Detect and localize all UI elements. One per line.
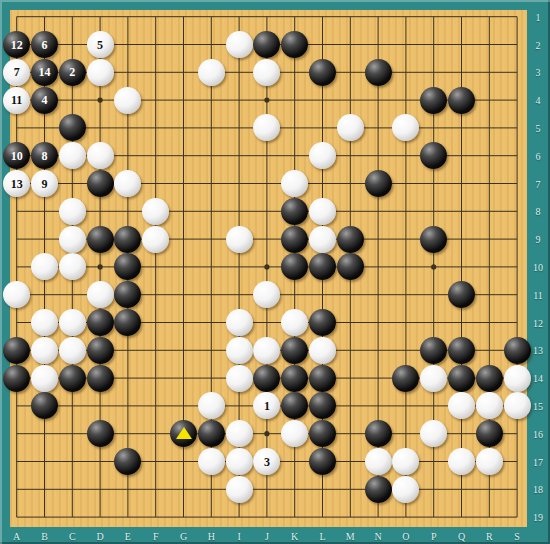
column-label-P: P xyxy=(431,531,437,542)
black-stone-move-6: 6 xyxy=(31,31,58,58)
black-stone-move-4: 4 xyxy=(31,87,58,114)
column-label-S: S xyxy=(514,531,520,542)
black-stone xyxy=(3,365,30,392)
black-stone xyxy=(365,420,392,447)
white-stone xyxy=(504,392,531,419)
black-stone xyxy=(337,253,364,280)
white-stone xyxy=(281,170,308,197)
row-label-6: 6 xyxy=(536,150,541,161)
white-stone xyxy=(309,198,336,225)
row-label-19: 19 xyxy=(533,512,543,523)
black-stone-triangle-marked xyxy=(170,420,197,447)
column-label-A: A xyxy=(13,531,20,542)
white-stone-move-7: 7 xyxy=(3,59,30,86)
white-stone xyxy=(253,59,280,86)
white-stone xyxy=(142,198,169,225)
black-stone xyxy=(365,170,392,197)
black-stone xyxy=(59,365,86,392)
column-label-J: J xyxy=(265,531,269,542)
row-label-18: 18 xyxy=(533,484,543,495)
column-label-O: O xyxy=(402,531,409,542)
white-stone xyxy=(87,142,114,169)
white-stone-move-9: 9 xyxy=(31,170,58,197)
black-stone xyxy=(420,226,447,253)
black-stone xyxy=(448,337,475,364)
black-stone xyxy=(309,365,336,392)
white-stone xyxy=(448,448,475,475)
row-label-1: 1 xyxy=(536,11,541,22)
black-stone xyxy=(198,420,225,447)
black-stone xyxy=(87,226,114,253)
column-label-C: C xyxy=(69,531,76,542)
column-label-N: N xyxy=(374,531,381,542)
black-stone xyxy=(504,337,531,364)
column-label-L: L xyxy=(319,531,325,542)
white-stone xyxy=(253,337,280,364)
white-stone xyxy=(31,365,58,392)
white-stone xyxy=(226,337,253,364)
white-stone-move-11: 11 xyxy=(3,87,30,114)
column-label-B: B xyxy=(41,531,48,542)
white-stone xyxy=(198,448,225,475)
black-stone xyxy=(281,226,308,253)
white-stone xyxy=(31,337,58,364)
row-label-11: 11 xyxy=(533,289,543,300)
white-stone xyxy=(142,226,169,253)
row-label-4: 4 xyxy=(536,95,541,106)
black-stone xyxy=(87,337,114,364)
white-stone xyxy=(476,448,503,475)
white-stone xyxy=(59,337,86,364)
row-label-8: 8 xyxy=(536,206,541,217)
white-stone xyxy=(226,420,253,447)
column-label-K: K xyxy=(291,531,298,542)
white-stone xyxy=(198,392,225,419)
row-label-12: 12 xyxy=(533,317,543,328)
black-stone xyxy=(448,365,475,392)
white-stone xyxy=(476,392,503,419)
black-stone xyxy=(59,114,86,141)
white-stone xyxy=(59,226,86,253)
column-label-H: H xyxy=(208,531,215,542)
row-label-3: 3 xyxy=(536,67,541,78)
white-stone xyxy=(337,114,364,141)
black-stone xyxy=(309,420,336,447)
white-stone xyxy=(309,337,336,364)
black-stone xyxy=(309,448,336,475)
white-stone xyxy=(226,309,253,336)
black-stone xyxy=(281,198,308,225)
black-stone xyxy=(365,59,392,86)
column-label-Q: Q xyxy=(458,531,465,542)
white-stone xyxy=(59,253,86,280)
black-stone xyxy=(448,87,475,114)
white-stone xyxy=(420,365,447,392)
black-stone xyxy=(87,420,114,447)
white-stone xyxy=(504,365,531,392)
black-stone xyxy=(309,309,336,336)
white-stone xyxy=(309,226,336,253)
black-stone xyxy=(448,281,475,308)
white-stone xyxy=(59,198,86,225)
black-stone xyxy=(253,365,280,392)
white-stone xyxy=(31,309,58,336)
black-stone xyxy=(281,31,308,58)
black-stone xyxy=(476,365,503,392)
white-stone xyxy=(59,142,86,169)
white-stone xyxy=(87,59,114,86)
white-stone xyxy=(226,31,253,58)
row-label-10: 10 xyxy=(533,261,543,272)
white-stone-move-13: 13 xyxy=(3,170,30,197)
black-stone xyxy=(3,337,30,364)
white-stone xyxy=(59,309,86,336)
row-label-13: 13 xyxy=(533,345,543,356)
row-label-5: 5 xyxy=(536,122,541,133)
black-stone-move-8: 8 xyxy=(31,142,58,169)
column-label-D: D xyxy=(96,531,103,542)
row-label-7: 7 xyxy=(536,178,541,189)
black-stone xyxy=(392,365,419,392)
row-label-16: 16 xyxy=(533,428,543,439)
row-label-15: 15 xyxy=(533,400,543,411)
black-stone-move-14: 14 xyxy=(31,59,58,86)
white-stone xyxy=(198,59,225,86)
black-stone xyxy=(87,170,114,197)
white-stone xyxy=(392,476,419,503)
black-stone xyxy=(337,226,364,253)
black-stone xyxy=(420,337,447,364)
row-label-9: 9 xyxy=(536,234,541,245)
column-label-R: R xyxy=(486,531,493,542)
white-stone-move-5: 5 xyxy=(87,31,114,58)
column-label-G: G xyxy=(180,531,187,542)
black-stone xyxy=(309,59,336,86)
white-stone xyxy=(226,476,253,503)
row-label-2: 2 xyxy=(536,39,541,50)
white-stone xyxy=(226,365,253,392)
go-board-window: 1265714211410813913 ABCDEFGHIJKLMNOPQRS … xyxy=(0,0,550,544)
black-stone xyxy=(87,365,114,392)
black-stone-move-2: 2 xyxy=(59,59,86,86)
black-stone xyxy=(87,309,114,336)
row-label-17: 17 xyxy=(533,456,543,467)
black-stone xyxy=(365,476,392,503)
black-stone-move-12: 12 xyxy=(3,31,30,58)
white-stone xyxy=(309,142,336,169)
column-label-M: M xyxy=(346,531,355,542)
row-label-14: 14 xyxy=(533,373,543,384)
white-stone xyxy=(281,309,308,336)
column-label-I: I xyxy=(237,531,240,542)
white-stone xyxy=(226,226,253,253)
black-stone xyxy=(281,337,308,364)
white-stone xyxy=(226,448,253,475)
go-board[interactable]: 1265714211410813913 xyxy=(10,10,527,527)
black-stone xyxy=(420,87,447,114)
column-label-E: E xyxy=(125,531,131,542)
white-stone xyxy=(114,87,141,114)
white-stone xyxy=(365,448,392,475)
black-stone xyxy=(281,365,308,392)
black-stone xyxy=(476,420,503,447)
black-stone xyxy=(114,226,141,253)
column-label-F: F xyxy=(153,531,159,542)
triangle-marker xyxy=(176,427,192,439)
white-stone xyxy=(87,281,114,308)
